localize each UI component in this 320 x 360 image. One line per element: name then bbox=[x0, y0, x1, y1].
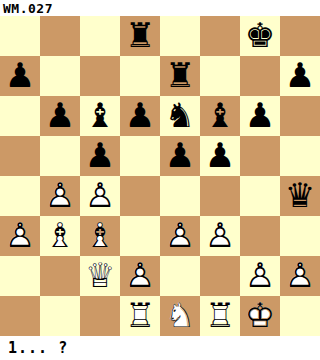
square-h6[interactable] bbox=[280, 96, 320, 136]
piece-black-pawn: ♟ bbox=[280, 56, 320, 96]
chess-board: ♜♚♟♜♟♟♝♟♞♝♟♟♟♟♟♙♟♙♛♟♙♝♗♝♗♟♙♟♙♛♕♟♙♟♙♟♙♜♖♞… bbox=[0, 16, 320, 336]
square-a7[interactable]: ♟ bbox=[0, 56, 40, 96]
piece-black-pawn: ♟ bbox=[160, 136, 200, 176]
square-f1[interactable]: ♜♖ bbox=[200, 296, 240, 336]
piece-black-queen: ♛ bbox=[280, 176, 320, 216]
square-c8[interactable] bbox=[80, 16, 120, 56]
square-h4[interactable]: ♛ bbox=[280, 176, 320, 216]
piece-white-knight: ♞♘ bbox=[160, 296, 200, 336]
piece-black-king: ♚ bbox=[240, 16, 280, 56]
square-d6[interactable]: ♟ bbox=[120, 96, 160, 136]
square-a4[interactable] bbox=[0, 176, 40, 216]
square-h2[interactable]: ♟♙ bbox=[280, 256, 320, 296]
piece-white-pawn: ♟♙ bbox=[160, 216, 200, 256]
piece-white-pawn: ♟♙ bbox=[200, 216, 240, 256]
piece-black-pawn: ♟ bbox=[80, 136, 120, 176]
piece-white-pawn: ♟♙ bbox=[0, 216, 40, 256]
title-bar: WM.027 bbox=[0, 0, 320, 16]
square-b5[interactable] bbox=[40, 136, 80, 176]
square-g8[interactable]: ♚ bbox=[240, 16, 280, 56]
square-c2[interactable]: ♛♕ bbox=[80, 256, 120, 296]
square-f2[interactable] bbox=[200, 256, 240, 296]
piece-white-pawn: ♟♙ bbox=[280, 256, 320, 296]
square-e4[interactable] bbox=[160, 176, 200, 216]
square-b2[interactable] bbox=[40, 256, 80, 296]
square-h7[interactable]: ♟ bbox=[280, 56, 320, 96]
piece-black-pawn: ♟ bbox=[120, 96, 160, 136]
square-a3[interactable]: ♟♙ bbox=[0, 216, 40, 256]
square-h8[interactable] bbox=[280, 16, 320, 56]
square-a8[interactable] bbox=[0, 16, 40, 56]
square-h5[interactable] bbox=[280, 136, 320, 176]
square-d7[interactable] bbox=[120, 56, 160, 96]
move-prompt: 1... ? bbox=[8, 339, 68, 357]
square-f4[interactable] bbox=[200, 176, 240, 216]
square-g3[interactable] bbox=[240, 216, 280, 256]
square-g4[interactable] bbox=[240, 176, 280, 216]
piece-black-knight: ♞ bbox=[160, 96, 200, 136]
square-f8[interactable] bbox=[200, 16, 240, 56]
square-e8[interactable] bbox=[160, 16, 200, 56]
square-h1[interactable] bbox=[280, 296, 320, 336]
square-e7[interactable]: ♜ bbox=[160, 56, 200, 96]
square-d4[interactable] bbox=[120, 176, 160, 216]
square-g1[interactable]: ♚♔ bbox=[240, 296, 280, 336]
square-f6[interactable]: ♝ bbox=[200, 96, 240, 136]
piece-white-rook: ♜♖ bbox=[200, 296, 240, 336]
square-e6[interactable]: ♞ bbox=[160, 96, 200, 136]
square-a6[interactable] bbox=[0, 96, 40, 136]
square-b3[interactable]: ♝♗ bbox=[40, 216, 80, 256]
piece-white-rook: ♜♖ bbox=[120, 296, 160, 336]
square-b6[interactable]: ♟ bbox=[40, 96, 80, 136]
square-e1[interactable]: ♞♘ bbox=[160, 296, 200, 336]
piece-white-queen: ♛♕ bbox=[80, 256, 120, 296]
piece-white-bishop: ♝♗ bbox=[40, 216, 80, 256]
square-g5[interactable] bbox=[240, 136, 280, 176]
piece-white-pawn: ♟♙ bbox=[120, 256, 160, 296]
square-d1[interactable]: ♜♖ bbox=[120, 296, 160, 336]
square-h3[interactable] bbox=[280, 216, 320, 256]
square-b1[interactable] bbox=[40, 296, 80, 336]
piece-black-bishop: ♝ bbox=[200, 96, 240, 136]
square-e2[interactable] bbox=[160, 256, 200, 296]
square-d5[interactable] bbox=[120, 136, 160, 176]
square-g7[interactable] bbox=[240, 56, 280, 96]
square-c1[interactable] bbox=[80, 296, 120, 336]
square-a2[interactable] bbox=[0, 256, 40, 296]
square-d2[interactable]: ♟♙ bbox=[120, 256, 160, 296]
square-c5[interactable]: ♟ bbox=[80, 136, 120, 176]
piece-white-bishop: ♝♗ bbox=[80, 216, 120, 256]
square-e3[interactable]: ♟♙ bbox=[160, 216, 200, 256]
piece-white-pawn: ♟♙ bbox=[240, 256, 280, 296]
piece-white-pawn: ♟♙ bbox=[40, 176, 80, 216]
square-c6[interactable]: ♝ bbox=[80, 96, 120, 136]
square-a5[interactable] bbox=[0, 136, 40, 176]
square-b7[interactable] bbox=[40, 56, 80, 96]
square-g6[interactable]: ♟ bbox=[240, 96, 280, 136]
piece-black-rook: ♜ bbox=[160, 56, 200, 96]
piece-black-rook: ♜ bbox=[120, 16, 160, 56]
square-f3[interactable]: ♟♙ bbox=[200, 216, 240, 256]
piece-black-pawn: ♟ bbox=[240, 96, 280, 136]
square-d8[interactable]: ♜ bbox=[120, 16, 160, 56]
piece-white-king: ♚♔ bbox=[240, 296, 280, 336]
square-d3[interactable] bbox=[120, 216, 160, 256]
piece-white-pawn: ♟♙ bbox=[80, 176, 120, 216]
square-a1[interactable] bbox=[0, 296, 40, 336]
puzzle-id: WM.027 bbox=[3, 1, 53, 16]
square-c7[interactable] bbox=[80, 56, 120, 96]
square-f7[interactable] bbox=[200, 56, 240, 96]
chess-puzzle-window: WM.027 ♜♚♟♜♟♟♝♟♞♝♟♟♟♟♟♙♟♙♛♟♙♝♗♝♗♟♙♟♙♛♕♟♙… bbox=[0, 0, 320, 360]
square-c4[interactable]: ♟♙ bbox=[80, 176, 120, 216]
piece-black-pawn: ♟ bbox=[40, 96, 80, 136]
piece-black-bishop: ♝ bbox=[80, 96, 120, 136]
square-b8[interactable] bbox=[40, 16, 80, 56]
square-f5[interactable]: ♟ bbox=[200, 136, 240, 176]
square-b4[interactable]: ♟♙ bbox=[40, 176, 80, 216]
square-g2[interactable]: ♟♙ bbox=[240, 256, 280, 296]
square-c3[interactable]: ♝♗ bbox=[80, 216, 120, 256]
piece-black-pawn: ♟ bbox=[0, 56, 40, 96]
status-bar: 1... ? bbox=[0, 336, 320, 360]
piece-black-pawn: ♟ bbox=[200, 136, 240, 176]
square-e5[interactable]: ♟ bbox=[160, 136, 200, 176]
